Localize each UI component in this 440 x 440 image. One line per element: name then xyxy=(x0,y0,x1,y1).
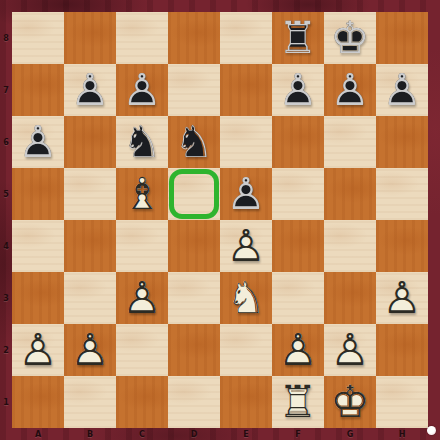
king-outline-icon: ♔ xyxy=(324,12,376,64)
square-d3[interactable] xyxy=(168,272,220,324)
pawn-outline-icon: ♙ xyxy=(64,324,116,376)
knight-outline-icon: ♘ xyxy=(116,116,168,168)
pawn-outline-icon: ♙ xyxy=(12,324,64,376)
side-to-move-indicator xyxy=(427,426,436,435)
white-pawn[interactable]: ♟♙ xyxy=(64,324,116,376)
square-e7[interactable] xyxy=(220,64,272,116)
square-e2[interactable] xyxy=(220,324,272,376)
square-c2[interactable] xyxy=(116,324,168,376)
white-bishop[interactable]: ♝♗ xyxy=(116,168,168,220)
rank-label-4: 4 xyxy=(0,220,12,272)
square-h3[interactable]: ♟♙ xyxy=(376,272,428,324)
file-label-e: E xyxy=(220,428,272,440)
square-g1[interactable]: ♚♔ xyxy=(324,376,376,428)
square-h2[interactable] xyxy=(376,324,428,376)
square-f2[interactable]: ♟♙ xyxy=(272,324,324,376)
square-d8[interactable] xyxy=(168,12,220,64)
white-pawn[interactable]: ♟♙ xyxy=(324,324,376,376)
board-frame: ♜♖♚♔♟♙♟♙♟♙♟♙♟♙♟♙♞♘♞♘♝♗♟♙♟♙♟♙♞♘♟♙♟♙♟♙♟♙♟♙… xyxy=(0,0,440,440)
square-c8[interactable] xyxy=(116,12,168,64)
square-h4[interactable] xyxy=(376,220,428,272)
square-e1[interactable] xyxy=(220,376,272,428)
black-pawn[interactable]: ♟♙ xyxy=(220,168,272,220)
pawn-outline-icon: ♙ xyxy=(272,64,324,116)
square-a1[interactable] xyxy=(12,376,64,428)
square-c7[interactable]: ♟♙ xyxy=(116,64,168,116)
white-pawn[interactable]: ♟♙ xyxy=(376,272,428,324)
rank-label-6: 6 xyxy=(0,116,12,168)
square-f7[interactable]: ♟♙ xyxy=(272,64,324,116)
square-f1[interactable]: ♜♖ xyxy=(272,376,324,428)
square-f3[interactable] xyxy=(272,272,324,324)
square-d4[interactable] xyxy=(168,220,220,272)
pawn-outline-icon: ♙ xyxy=(324,64,376,116)
black-pawn[interactable]: ♟♙ xyxy=(64,64,116,116)
black-pawn[interactable]: ♟♙ xyxy=(116,64,168,116)
square-c3[interactable]: ♟♙ xyxy=(116,272,168,324)
square-e5[interactable]: ♟♙ xyxy=(220,168,272,220)
square-g7[interactable]: ♟♙ xyxy=(324,64,376,116)
square-e8[interactable] xyxy=(220,12,272,64)
white-pawn[interactable]: ♟♙ xyxy=(272,324,324,376)
square-c5[interactable]: ♝♗ xyxy=(116,168,168,220)
square-b6[interactable] xyxy=(64,116,116,168)
black-knight[interactable]: ♞♘ xyxy=(168,116,220,168)
rank-label-8: 8 xyxy=(0,12,12,64)
square-e3[interactable]: ♞♘ xyxy=(220,272,272,324)
pawn-outline-icon: ♙ xyxy=(12,116,64,168)
pawn-outline-icon: ♙ xyxy=(376,64,428,116)
pawn-outline-icon: ♙ xyxy=(220,220,272,272)
square-g8[interactable]: ♚♔ xyxy=(324,12,376,64)
square-a8[interactable] xyxy=(12,12,64,64)
square-h8[interactable] xyxy=(376,12,428,64)
black-pawn[interactable]: ♟♙ xyxy=(324,64,376,116)
white-knight[interactable]: ♞♘ xyxy=(220,272,272,324)
square-a2[interactable]: ♟♙ xyxy=(12,324,64,376)
square-d7[interactable] xyxy=(168,64,220,116)
black-knight[interactable]: ♞♘ xyxy=(116,116,168,168)
black-pawn[interactable]: ♟♙ xyxy=(376,64,428,116)
square-b5[interactable] xyxy=(64,168,116,220)
square-d6[interactable]: ♞♘ xyxy=(168,116,220,168)
rook-outline-icon: ♖ xyxy=(272,376,324,428)
black-king[interactable]: ♚♔ xyxy=(324,12,376,64)
black-pawn[interactable]: ♟♙ xyxy=(12,116,64,168)
black-pawn[interactable]: ♟♙ xyxy=(272,64,324,116)
square-b7[interactable]: ♟♙ xyxy=(64,64,116,116)
bishop-outline-icon: ♗ xyxy=(116,168,168,220)
square-a4[interactable] xyxy=(12,220,64,272)
square-g2[interactable]: ♟♙ xyxy=(324,324,376,376)
square-b3[interactable] xyxy=(64,272,116,324)
square-d2[interactable] xyxy=(168,324,220,376)
square-g5[interactable] xyxy=(324,168,376,220)
square-d5[interactable] xyxy=(168,168,220,220)
knight-outline-icon: ♘ xyxy=(220,272,272,324)
rook-outline-icon: ♖ xyxy=(272,12,324,64)
file-label-d: D xyxy=(168,428,220,440)
pawn-outline-icon: ♙ xyxy=(64,64,116,116)
square-c4[interactable] xyxy=(116,220,168,272)
file-label-f: F xyxy=(272,428,324,440)
pawn-outline-icon: ♙ xyxy=(220,168,272,220)
square-c1[interactable] xyxy=(116,376,168,428)
rank-label-7: 7 xyxy=(0,64,12,116)
pawn-outline-icon: ♙ xyxy=(324,324,376,376)
file-label-b: B xyxy=(64,428,116,440)
white-pawn[interactable]: ♟♙ xyxy=(116,272,168,324)
file-label-a: A xyxy=(12,428,64,440)
square-b1[interactable] xyxy=(64,376,116,428)
knight-outline-icon: ♘ xyxy=(168,116,220,168)
square-h7[interactable]: ♟♙ xyxy=(376,64,428,116)
pawn-outline-icon: ♙ xyxy=(272,324,324,376)
chess-board: ♜♖♚♔♟♙♟♙♟♙♟♙♟♙♟♙♞♘♞♘♝♗♟♙♟♙♟♙♞♘♟♙♟♙♟♙♟♙♟♙… xyxy=(12,12,428,428)
square-f8[interactable]: ♜♖ xyxy=(272,12,324,64)
rank-label-2: 2 xyxy=(0,324,12,376)
move-highlight xyxy=(169,169,219,219)
black-rook[interactable]: ♜♖ xyxy=(272,12,324,64)
square-f5[interactable] xyxy=(272,168,324,220)
square-a3[interactable] xyxy=(12,272,64,324)
square-e4[interactable]: ♟♙ xyxy=(220,220,272,272)
square-a7[interactable] xyxy=(12,64,64,116)
square-h6[interactable] xyxy=(376,116,428,168)
file-label-h: H xyxy=(376,428,428,440)
pawn-outline-icon: ♙ xyxy=(116,272,168,324)
file-label-c: C xyxy=(116,428,168,440)
square-b2[interactable]: ♟♙ xyxy=(64,324,116,376)
pawn-outline-icon: ♙ xyxy=(376,272,428,324)
rank-label-3: 3 xyxy=(0,272,12,324)
square-f4[interactable] xyxy=(272,220,324,272)
pawn-outline-icon: ♙ xyxy=(116,64,168,116)
square-b4[interactable] xyxy=(64,220,116,272)
square-b8[interactable] xyxy=(64,12,116,64)
square-d1[interactable] xyxy=(168,376,220,428)
square-c6[interactable]: ♞♘ xyxy=(116,116,168,168)
white-pawn[interactable]: ♟♙ xyxy=(220,220,272,272)
white-pawn[interactable]: ♟♙ xyxy=(12,324,64,376)
square-e6[interactable] xyxy=(220,116,272,168)
square-h5[interactable] xyxy=(376,168,428,220)
rank-label-1: 1 xyxy=(0,376,12,428)
square-g4[interactable] xyxy=(324,220,376,272)
white-rook[interactable]: ♜♖ xyxy=(272,376,324,428)
square-h1[interactable] xyxy=(376,376,428,428)
king-outline-icon: ♔ xyxy=(324,376,376,428)
square-g6[interactable] xyxy=(324,116,376,168)
square-a5[interactable] xyxy=(12,168,64,220)
white-king[interactable]: ♚♔ xyxy=(324,376,376,428)
rank-label-5: 5 xyxy=(0,168,12,220)
square-f6[interactable] xyxy=(272,116,324,168)
square-a6[interactable]: ♟♙ xyxy=(12,116,64,168)
file-label-g: G xyxy=(324,428,376,440)
square-g3[interactable] xyxy=(324,272,376,324)
